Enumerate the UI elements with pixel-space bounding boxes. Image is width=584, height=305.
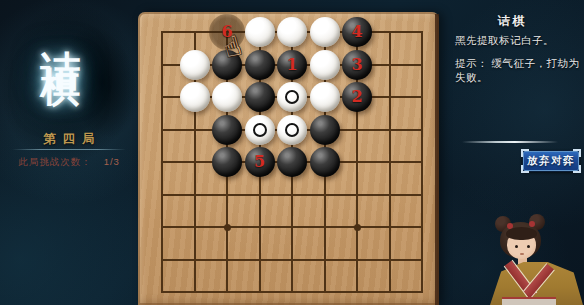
girl-hair-ornament (529, 221, 535, 227)
stone-black: 5 (245, 147, 275, 177)
stone-black (245, 82, 275, 112)
stone-white (180, 82, 210, 112)
board-line-vertical (421, 31, 423, 293)
stone-black (310, 147, 340, 177)
stone-white (277, 17, 307, 47)
stone-white (277, 82, 307, 112)
stone-black: 2 (342, 82, 372, 112)
go-board-grid[interactable]: 413256 (162, 32, 422, 292)
objective-text: 黑先提取标记白子。 (455, 34, 554, 48)
npc-character-girl (489, 196, 584, 305)
girl-eye (527, 245, 530, 248)
move-number: 5 (254, 154, 265, 170)
attempts-counter: 此局挑战次数： 1/3 (0, 156, 138, 169)
panel-divider (462, 141, 558, 143)
capture-target-mark (285, 123, 299, 137)
go-board[interactable]: 413256 ☝ (138, 12, 439, 305)
move-number: 3 (351, 57, 362, 73)
puzzle-info-panel: 诘棋 黑先提取标记白子。 提示： 缓气征子，打劫为失败。 放弃对弈 (438, 0, 584, 305)
move-number: 4 (351, 24, 362, 40)
stone-black (212, 147, 242, 177)
board-line-horizontal (161, 291, 423, 293)
stone-black (212, 115, 242, 145)
stone-white (277, 115, 307, 145)
round-label: 第四局 (0, 131, 138, 148)
stone-white (245, 115, 275, 145)
stone-black: 4 (342, 17, 372, 47)
stone-black (245, 50, 275, 80)
stone-black: 1 (277, 50, 307, 80)
hoshi-point (354, 224, 361, 231)
attempts-value: 1/3 (104, 156, 120, 169)
forfeit-button[interactable]: 放弃对弈 (522, 150, 580, 172)
hint-text: 提示： 缓气征子，打劫为失败。 (455, 57, 584, 85)
stone-black (310, 115, 340, 145)
stone-black: 3 (342, 50, 372, 80)
puzzle-sidebar: 诘棋 第四局 此局挑战次数： 1/3 (0, 0, 138, 305)
game-screen: 诘棋 第四局 此局挑战次数： 1/3 413256 ☝ 诘棋 黑先提取标记白子。… (0, 0, 584, 305)
stone-black (277, 147, 307, 177)
capture-target-mark (285, 90, 299, 104)
puzzle-title-vertical: 诘棋 (34, 18, 89, 50)
board-line-horizontal (161, 194, 423, 196)
move-number: 1 (286, 57, 297, 73)
attempts-label: 此局挑战次数： (18, 156, 92, 169)
stone-white (310, 82, 340, 112)
girl-mouth (520, 253, 524, 255)
board-line-horizontal (161, 226, 423, 228)
panel-title: 诘棋 (438, 13, 584, 30)
girl-sash (502, 297, 556, 305)
capture-target-mark (253, 123, 267, 137)
stone-white (245, 17, 275, 47)
girl-bangs (506, 227, 537, 240)
stone-white (180, 50, 210, 80)
board-line-horizontal (161, 259, 423, 261)
sidebar-divider (12, 149, 126, 150)
hoshi-point (224, 224, 231, 231)
board-line-vertical (389, 31, 391, 293)
stone-white (310, 50, 340, 80)
stone-white (310, 17, 340, 47)
move-number: 2 (351, 89, 362, 105)
stone-white (212, 82, 242, 112)
girl-eye (515, 245, 518, 248)
